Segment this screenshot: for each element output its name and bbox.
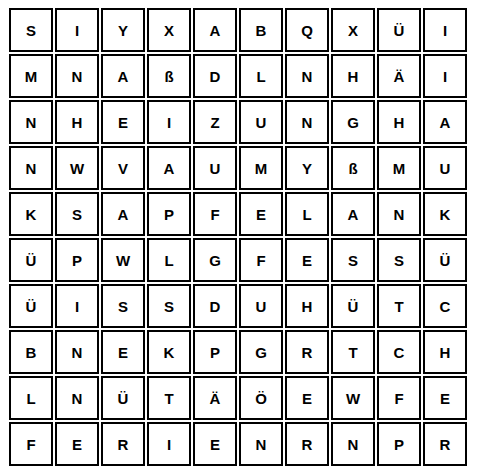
grid-cell[interactable]: N — [9, 146, 53, 190]
grid-cell[interactable]: N — [239, 422, 283, 466]
grid-cell[interactable]: R — [423, 422, 467, 466]
grid-cell[interactable]: S — [147, 284, 191, 328]
grid-cell[interactable]: N — [377, 192, 421, 236]
grid-cell[interactable]: S — [331, 238, 375, 282]
grid-cell[interactable]: A — [101, 54, 145, 98]
grid-cell[interactable]: P — [193, 330, 237, 374]
grid-cell[interactable]: X — [331, 8, 375, 52]
grid-cell[interactable]: ß — [331, 146, 375, 190]
grid-cell[interactable]: Ö — [239, 376, 283, 420]
grid-cell[interactable]: S — [377, 238, 421, 282]
grid-cell[interactable]: Y — [101, 8, 145, 52]
grid-cell[interactable]: Ü — [101, 376, 145, 420]
grid-cell[interactable]: P — [377, 422, 421, 466]
grid-cell[interactable]: E — [423, 376, 467, 420]
grid-cell[interactable]: C — [423, 284, 467, 328]
grid-cell[interactable]: Z — [193, 100, 237, 144]
grid-cell[interactable]: C — [377, 330, 421, 374]
grid-cell[interactable]: K — [9, 192, 53, 236]
grid-cell[interactable]: G — [239, 330, 283, 374]
grid-cell[interactable]: I — [55, 8, 99, 52]
grid-cell[interactable]: ß — [147, 54, 191, 98]
grid-cell[interactable]: S — [55, 192, 99, 236]
grid-cell[interactable]: H — [377, 100, 421, 144]
grid-cell[interactable]: D — [193, 54, 237, 98]
grid-cell[interactable]: T — [147, 376, 191, 420]
grid-cell[interactable]: K — [147, 330, 191, 374]
grid-cell[interactable]: S — [101, 284, 145, 328]
grid-cell[interactable]: U — [193, 146, 237, 190]
grid-cell[interactable]: E — [285, 238, 329, 282]
grid-cell[interactable]: I — [147, 100, 191, 144]
grid-cell[interactable]: E — [193, 422, 237, 466]
grid-cell[interactable]: H — [55, 100, 99, 144]
grid-cell[interactable]: E — [239, 192, 283, 236]
grid-cell[interactable]: E — [285, 376, 329, 420]
grid-cell[interactable]: A — [423, 100, 467, 144]
grid-cell[interactable]: Ü — [331, 284, 375, 328]
grid-cell[interactable]: L — [9, 376, 53, 420]
grid-cell[interactable]: E — [101, 330, 145, 374]
grid-cell[interactable]: B — [9, 330, 53, 374]
grid-cell[interactable]: N — [55, 330, 99, 374]
grid-cell[interactable]: A — [193, 8, 237, 52]
grid-cell[interactable]: N — [331, 422, 375, 466]
grid-cell[interactable]: P — [147, 192, 191, 236]
grid-cell[interactable]: G — [193, 238, 237, 282]
grid-cell[interactable]: I — [55, 284, 99, 328]
grid-cell[interactable]: Ä — [377, 54, 421, 98]
grid-cell[interactable]: Ü — [423, 238, 467, 282]
grid-cell[interactable]: F — [239, 238, 283, 282]
grid-cell[interactable]: L — [147, 238, 191, 282]
grid-cell[interactable]: R — [285, 330, 329, 374]
grid-cell[interactable]: F — [377, 376, 421, 420]
grid-cell[interactable]: M — [239, 146, 283, 190]
grid-cell[interactable]: Ü — [377, 8, 421, 52]
grid-cell[interactable]: H — [423, 330, 467, 374]
grid-cell[interactable]: W — [55, 146, 99, 190]
grid-cell[interactable]: N — [55, 54, 99, 98]
grid-cell[interactable]: A — [147, 146, 191, 190]
grid-cell[interactable]: Ü — [9, 238, 53, 282]
grid-cell[interactable]: Q — [285, 8, 329, 52]
grid-cell[interactable]: M — [377, 146, 421, 190]
grid-cell[interactable]: I — [423, 54, 467, 98]
grid-cell[interactable]: N — [285, 54, 329, 98]
grid-cell[interactable]: B — [239, 8, 283, 52]
grid-cell[interactable]: W — [331, 376, 375, 420]
grid-cell[interactable]: Y — [285, 146, 329, 190]
grid-cell[interactable]: E — [55, 422, 99, 466]
grid-cell[interactable]: N — [9, 100, 53, 144]
grid-cell[interactable]: F — [9, 422, 53, 466]
grid-cell[interactable]: A — [331, 192, 375, 236]
grid-cell[interactable]: S — [9, 8, 53, 52]
grid-cell[interactable]: T — [377, 284, 421, 328]
grid-cell[interactable]: U — [239, 100, 283, 144]
grid-cell[interactable]: R — [285, 422, 329, 466]
grid-cell[interactable]: A — [101, 192, 145, 236]
word-search-board: SIYXABQXÜIMNAßDLNHÄINHEIZUNGHANWVAUMYßMU… — [0, 0, 476, 474]
grid-cell[interactable]: H — [331, 54, 375, 98]
grid-cell[interactable]: E — [101, 100, 145, 144]
grid-cell[interactable]: U — [239, 284, 283, 328]
grid-cell[interactable]: K — [423, 192, 467, 236]
grid-cell[interactable]: G — [331, 100, 375, 144]
grid-cell[interactable]: I — [147, 422, 191, 466]
grid-cell[interactable]: L — [285, 192, 329, 236]
grid-cell[interactable]: P — [55, 238, 99, 282]
grid-cell[interactable]: W — [101, 238, 145, 282]
grid-cell[interactable]: D — [193, 284, 237, 328]
grid-cell[interactable]: V — [101, 146, 145, 190]
grid-cell[interactable]: F — [193, 192, 237, 236]
grid-cell[interactable]: U — [423, 146, 467, 190]
grid-cell[interactable]: N — [285, 100, 329, 144]
grid-cell[interactable]: M — [9, 54, 53, 98]
grid-cell[interactable]: H — [285, 284, 329, 328]
grid-cell[interactable]: L — [239, 54, 283, 98]
grid-cell[interactable]: Ä — [193, 376, 237, 420]
grid-cell[interactable]: I — [423, 8, 467, 52]
grid-cell[interactable]: R — [101, 422, 145, 466]
grid-cell[interactable]: N — [55, 376, 99, 420]
grid-cell[interactable]: T — [331, 330, 375, 374]
grid-cell[interactable]: X — [147, 8, 191, 52]
grid-cell[interactable]: Ü — [9, 284, 53, 328]
